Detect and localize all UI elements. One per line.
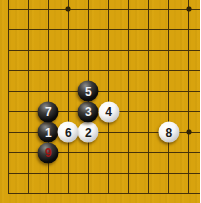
grid-line-vertical-9 [168,0,169,194]
star-point [66,7,71,12]
stone-black-1: 1 [38,122,59,143]
grid-line-vertical-2 [28,0,29,194]
grid-line-vertical-7 [128,0,129,194]
stone-black-9: 9 [38,142,59,163]
move-number-6: 6 [65,127,72,139]
move-number-8: 8 [166,127,173,139]
grid-line-horizontal-5 [8,91,201,92]
grid-line-horizontal-9 [8,173,201,174]
grid-line-vertical-4 [68,0,69,194]
stone-black-3: 3 [78,101,99,122]
grid-line-horizontal-1 [8,9,201,10]
go-board[interactable]: 123456789 [0,0,200,203]
grid-line-vertical-8 [148,0,149,194]
grid-line-horizontal-10 [8,193,201,194]
grid-line-horizontal-8 [8,152,201,153]
stone-white-6: 6 [58,122,79,143]
stone-white-4: 4 [98,101,119,122]
move-number-1: 1 [45,127,52,139]
move-number-3: 3 [85,106,92,118]
grid-line-vertical-10 [188,0,189,194]
star-point [186,7,191,12]
grid-line-vertical-6 [108,0,109,194]
move-number-4: 4 [105,106,112,118]
stone-white-8: 8 [158,122,179,143]
grid-line-vertical-1 [8,0,9,194]
grid-line-horizontal-2 [8,29,201,30]
move-number-5: 5 [85,86,92,98]
stone-black-5: 5 [78,81,99,102]
grid-line-horizontal-3 [8,50,201,51]
stone-black-7: 7 [38,101,59,122]
move-number-7: 7 [45,106,52,118]
move-number-9: 9 [45,147,52,159]
grid-line-vertical-3 [48,0,49,194]
move-number-2: 2 [85,127,92,139]
grid-line-horizontal-4 [8,70,201,71]
stone-white-2: 2 [78,122,99,143]
star-point [186,130,191,135]
